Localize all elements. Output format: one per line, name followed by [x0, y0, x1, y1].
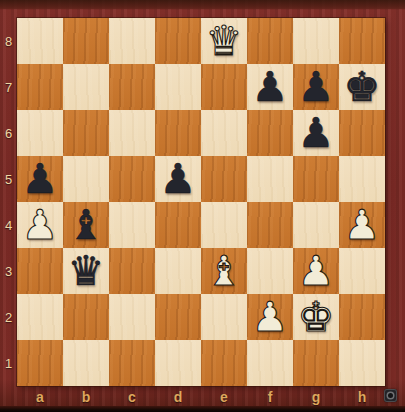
square-a2[interactable]	[17, 294, 63, 340]
frame-bottom-edge	[0, 406, 405, 412]
square-e1[interactable]	[201, 340, 247, 386]
square-a5[interactable]: ♟	[17, 156, 63, 202]
square-g1[interactable]	[293, 340, 339, 386]
square-f4[interactable]	[247, 202, 293, 248]
square-h8[interactable]	[339, 18, 385, 64]
piece-white-king[interactable]: ♚	[298, 294, 335, 340]
square-d3[interactable]	[155, 248, 201, 294]
square-h4[interactable]: ♟	[339, 202, 385, 248]
rank-label-5: 5	[0, 156, 17, 202]
square-d8[interactable]	[155, 18, 201, 64]
piece-black-king[interactable]: ♚	[344, 64, 381, 110]
file-label-g: g	[293, 386, 339, 408]
square-d4[interactable]	[155, 202, 201, 248]
square-f6[interactable]	[247, 110, 293, 156]
piece-white-pawn[interactable]: ♟	[344, 202, 381, 248]
square-b6[interactable]	[63, 110, 109, 156]
file-label-d: d	[155, 386, 201, 408]
square-g8[interactable]	[293, 18, 339, 64]
square-b5[interactable]	[63, 156, 109, 202]
square-c6[interactable]	[109, 110, 155, 156]
square-c3[interactable]	[109, 248, 155, 294]
file-label-e: e	[201, 386, 247, 408]
square-e8[interactable]: ♛	[201, 18, 247, 64]
rank-label-7: 7	[0, 64, 17, 110]
square-c2[interactable]	[109, 294, 155, 340]
square-b7[interactable]	[63, 64, 109, 110]
square-a7[interactable]	[17, 64, 63, 110]
square-c4[interactable]	[109, 202, 155, 248]
square-f1[interactable]	[247, 340, 293, 386]
piece-white-pawn[interactable]: ♟	[252, 294, 289, 340]
square-a4[interactable]: ♟	[17, 202, 63, 248]
square-d2[interactable]	[155, 294, 201, 340]
square-e5[interactable]	[201, 156, 247, 202]
side-to-move-dot-icon	[388, 393, 393, 398]
piece-white-queen[interactable]: ♛	[206, 18, 243, 64]
square-e2[interactable]	[201, 294, 247, 340]
file-label-b: b	[63, 386, 109, 408]
square-e6[interactable]	[201, 110, 247, 156]
rank-label-6: 6	[0, 110, 17, 156]
rank-label-3: 3	[0, 248, 17, 294]
piece-black-pawn[interactable]: ♟	[252, 64, 289, 110]
square-b4[interactable]: ♝	[63, 202, 109, 248]
square-d6[interactable]	[155, 110, 201, 156]
square-g3[interactable]: ♟	[293, 248, 339, 294]
square-b2[interactable]	[63, 294, 109, 340]
square-h7[interactable]: ♚	[339, 64, 385, 110]
piece-black-pawn[interactable]: ♟	[160, 156, 197, 202]
rank-label-2: 2	[0, 294, 17, 340]
file-label-c: c	[109, 386, 155, 408]
square-c7[interactable]	[109, 64, 155, 110]
square-g2[interactable]: ♚	[293, 294, 339, 340]
square-h2[interactable]	[339, 294, 385, 340]
chess-diagram: ♛♟♟♚♟♟♟♟♝♟♛♝♟♟♚ 87654321 abcdefgh	[0, 0, 405, 412]
square-d1[interactable]	[155, 340, 201, 386]
file-label-f: f	[247, 386, 293, 408]
file-label-h: h	[339, 386, 385, 408]
square-f5[interactable]	[247, 156, 293, 202]
square-h6[interactable]	[339, 110, 385, 156]
rank-label-1: 1	[0, 340, 17, 386]
square-f8[interactable]	[247, 18, 293, 64]
square-h3[interactable]	[339, 248, 385, 294]
square-e7[interactable]	[201, 64, 247, 110]
rank-label-4: 4	[0, 202, 17, 248]
side-to-move-indicator[interactable]	[384, 389, 397, 402]
chess-board: ♛♟♟♚♟♟♟♟♝♟♛♝♟♟♚	[17, 18, 385, 386]
square-h1[interactable]	[339, 340, 385, 386]
square-a8[interactable]	[17, 18, 63, 64]
piece-black-bishop[interactable]: ♝	[68, 202, 105, 248]
piece-black-pawn[interactable]: ♟	[22, 156, 59, 202]
piece-white-pawn[interactable]: ♟	[22, 202, 59, 248]
square-g7[interactable]: ♟	[293, 64, 339, 110]
square-f7[interactable]: ♟	[247, 64, 293, 110]
piece-black-pawn[interactable]: ♟	[298, 110, 335, 156]
square-g4[interactable]	[293, 202, 339, 248]
square-g6[interactable]: ♟	[293, 110, 339, 156]
square-d5[interactable]: ♟	[155, 156, 201, 202]
square-b8[interactable]	[63, 18, 109, 64]
piece-black-pawn[interactable]: ♟	[298, 64, 335, 110]
square-f3[interactable]	[247, 248, 293, 294]
square-b3[interactable]: ♛	[63, 248, 109, 294]
square-a1[interactable]	[17, 340, 63, 386]
square-a6[interactable]	[17, 110, 63, 156]
piece-black-queen[interactable]: ♛	[68, 248, 105, 294]
frame-top-sheen	[0, 0, 405, 9]
square-e4[interactable]	[201, 202, 247, 248]
square-g5[interactable]	[293, 156, 339, 202]
file-label-a: a	[17, 386, 63, 408]
rank-label-8: 8	[0, 18, 17, 64]
piece-white-bishop[interactable]: ♝	[206, 248, 243, 294]
square-c8[interactable]	[109, 18, 155, 64]
square-h5[interactable]	[339, 156, 385, 202]
square-a3[interactable]	[17, 248, 63, 294]
square-c5[interactable]	[109, 156, 155, 202]
square-f2[interactable]: ♟	[247, 294, 293, 340]
square-d7[interactable]	[155, 64, 201, 110]
square-b1[interactable]	[63, 340, 109, 386]
square-c1[interactable]	[109, 340, 155, 386]
square-e3[interactable]: ♝	[201, 248, 247, 294]
piece-white-pawn[interactable]: ♟	[298, 248, 335, 294]
